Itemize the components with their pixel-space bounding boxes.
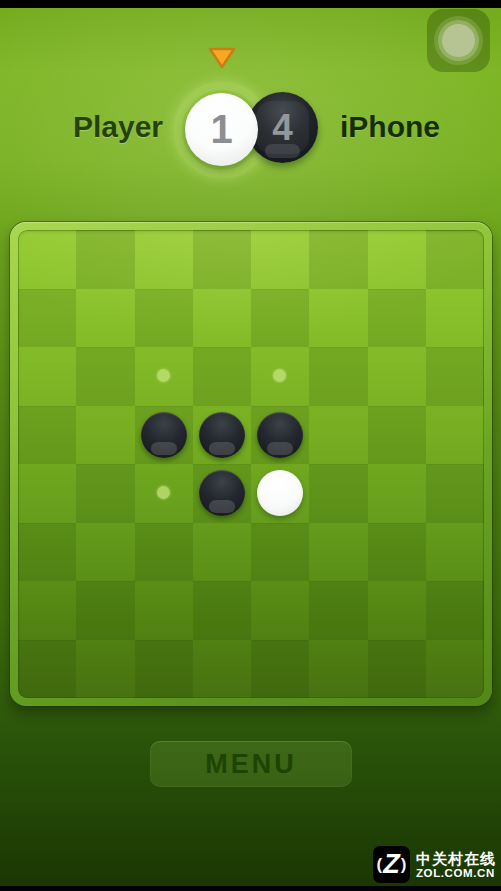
board-cell-a1[interactable] xyxy=(18,230,76,289)
board-cell-h2[interactable] xyxy=(426,289,484,348)
board-cell-h5[interactable] xyxy=(426,464,484,523)
board-cell-d1[interactable] xyxy=(193,230,251,289)
board-cell-e1[interactable] xyxy=(251,230,309,289)
board-cell-h8[interactable] xyxy=(426,640,484,699)
zol-watermark: ( Z ) 中关村在线 ZOL.COM.CN xyxy=(373,846,496,883)
legal-move-hint xyxy=(273,369,286,382)
board-cell-a6[interactable] xyxy=(18,523,76,582)
board-cell-e7[interactable] xyxy=(251,581,309,640)
board-cell-b2[interactable] xyxy=(76,289,134,348)
board-cell-h7[interactable] xyxy=(426,581,484,640)
black-score: 4 xyxy=(272,107,293,149)
board-cell-c8[interactable] xyxy=(135,640,193,699)
board-cell-d6[interactable] xyxy=(193,523,251,582)
board-cell-g4[interactable] xyxy=(368,406,426,465)
bottom-black-bar xyxy=(0,886,501,891)
zol-logo-paren-left: ( xyxy=(377,856,383,873)
player-label: Player xyxy=(56,110,180,144)
board-cell-e8[interactable] xyxy=(251,640,309,699)
board-cell-c1[interactable] xyxy=(135,230,193,289)
board-cell-g1[interactable] xyxy=(368,230,426,289)
board-cell-h3[interactable] xyxy=(426,347,484,406)
top-black-bar xyxy=(0,0,501,8)
board-cell-g6[interactable] xyxy=(368,523,426,582)
legal-move-hint xyxy=(157,369,170,382)
board-cell-d4[interactable] xyxy=(193,406,251,465)
board-grid xyxy=(18,230,484,698)
board-cell-f8[interactable] xyxy=(309,640,367,699)
white-score: 1 xyxy=(210,107,232,152)
board-cell-c3[interactable] xyxy=(135,347,193,406)
board-cell-d2[interactable] xyxy=(193,289,251,348)
board-cell-b8[interactable] xyxy=(76,640,134,699)
board-cell-b3[interactable] xyxy=(76,347,134,406)
assistive-touch-core-circle xyxy=(442,24,475,57)
zol-site-url: ZOL.COM.CN xyxy=(416,867,496,880)
board-cell-f3[interactable] xyxy=(309,347,367,406)
board-cell-g3[interactable] xyxy=(368,347,426,406)
board-playing-field xyxy=(18,230,484,698)
assistive-touch-button[interactable] xyxy=(427,9,490,72)
board-cell-e2[interactable] xyxy=(251,289,309,348)
board-cell-c4[interactable] xyxy=(135,406,193,465)
board-cell-g5[interactable] xyxy=(368,464,426,523)
zol-logo-icon: ( Z ) xyxy=(373,846,410,883)
board-cell-f6[interactable] xyxy=(309,523,367,582)
board-cell-c2[interactable] xyxy=(135,289,193,348)
board-cell-e3[interactable] xyxy=(251,347,309,406)
turn-indicator-triangle-icon xyxy=(207,46,237,74)
board-cell-c5[interactable] xyxy=(135,464,193,523)
board-cell-h1[interactable] xyxy=(426,230,484,289)
board-cell-d5[interactable] xyxy=(193,464,251,523)
board-cell-h4[interactable] xyxy=(426,406,484,465)
board-cell-f1[interactable] xyxy=(309,230,367,289)
iphone-label: iPhone xyxy=(325,110,455,144)
board-cell-a7[interactable] xyxy=(18,581,76,640)
menu-button[interactable]: MENU xyxy=(150,741,352,787)
black-disc xyxy=(141,412,187,458)
board-cell-b7[interactable] xyxy=(76,581,134,640)
board-cell-h6[interactable] xyxy=(426,523,484,582)
board-cell-a8[interactable] xyxy=(18,640,76,699)
board-cell-a5[interactable] xyxy=(18,464,76,523)
zol-logo-letter: Z xyxy=(383,851,400,878)
legal-move-hint xyxy=(157,486,170,499)
board-cell-c7[interactable] xyxy=(135,581,193,640)
board-cell-b5[interactable] xyxy=(76,464,134,523)
board-cell-f4[interactable] xyxy=(309,406,367,465)
board-cell-g7[interactable] xyxy=(368,581,426,640)
white-score-disc: 1 xyxy=(185,93,258,166)
zol-logo-paren-right: ) xyxy=(401,856,407,873)
board-cell-g8[interactable] xyxy=(368,640,426,699)
black-disc xyxy=(257,412,303,458)
board-cell-b6[interactable] xyxy=(76,523,134,582)
board-cell-a3[interactable] xyxy=(18,347,76,406)
black-disc xyxy=(199,470,245,516)
board-cell-a2[interactable] xyxy=(18,289,76,348)
board-cell-c6[interactable] xyxy=(135,523,193,582)
board-cell-b4[interactable] xyxy=(76,406,134,465)
board-cell-f5[interactable] xyxy=(309,464,367,523)
board-cell-d8[interactable] xyxy=(193,640,251,699)
board-cell-d3[interactable] xyxy=(193,347,251,406)
reversi-board xyxy=(10,222,492,706)
board-cell-g2[interactable] xyxy=(368,289,426,348)
board-cell-f2[interactable] xyxy=(309,289,367,348)
board-cell-a4[interactable] xyxy=(18,406,76,465)
white-disc xyxy=(257,470,303,516)
menu-button-label: MENU xyxy=(205,749,297,780)
board-cell-b1[interactable] xyxy=(76,230,134,289)
board-cell-e5[interactable] xyxy=(251,464,309,523)
board-cell-e6[interactable] xyxy=(251,523,309,582)
board-cell-e4[interactable] xyxy=(251,406,309,465)
board-cell-d7[interactable] xyxy=(193,581,251,640)
zol-site-name: 中关村在线 xyxy=(416,850,496,867)
board-cell-f7[interactable] xyxy=(309,581,367,640)
black-disc xyxy=(199,412,245,458)
